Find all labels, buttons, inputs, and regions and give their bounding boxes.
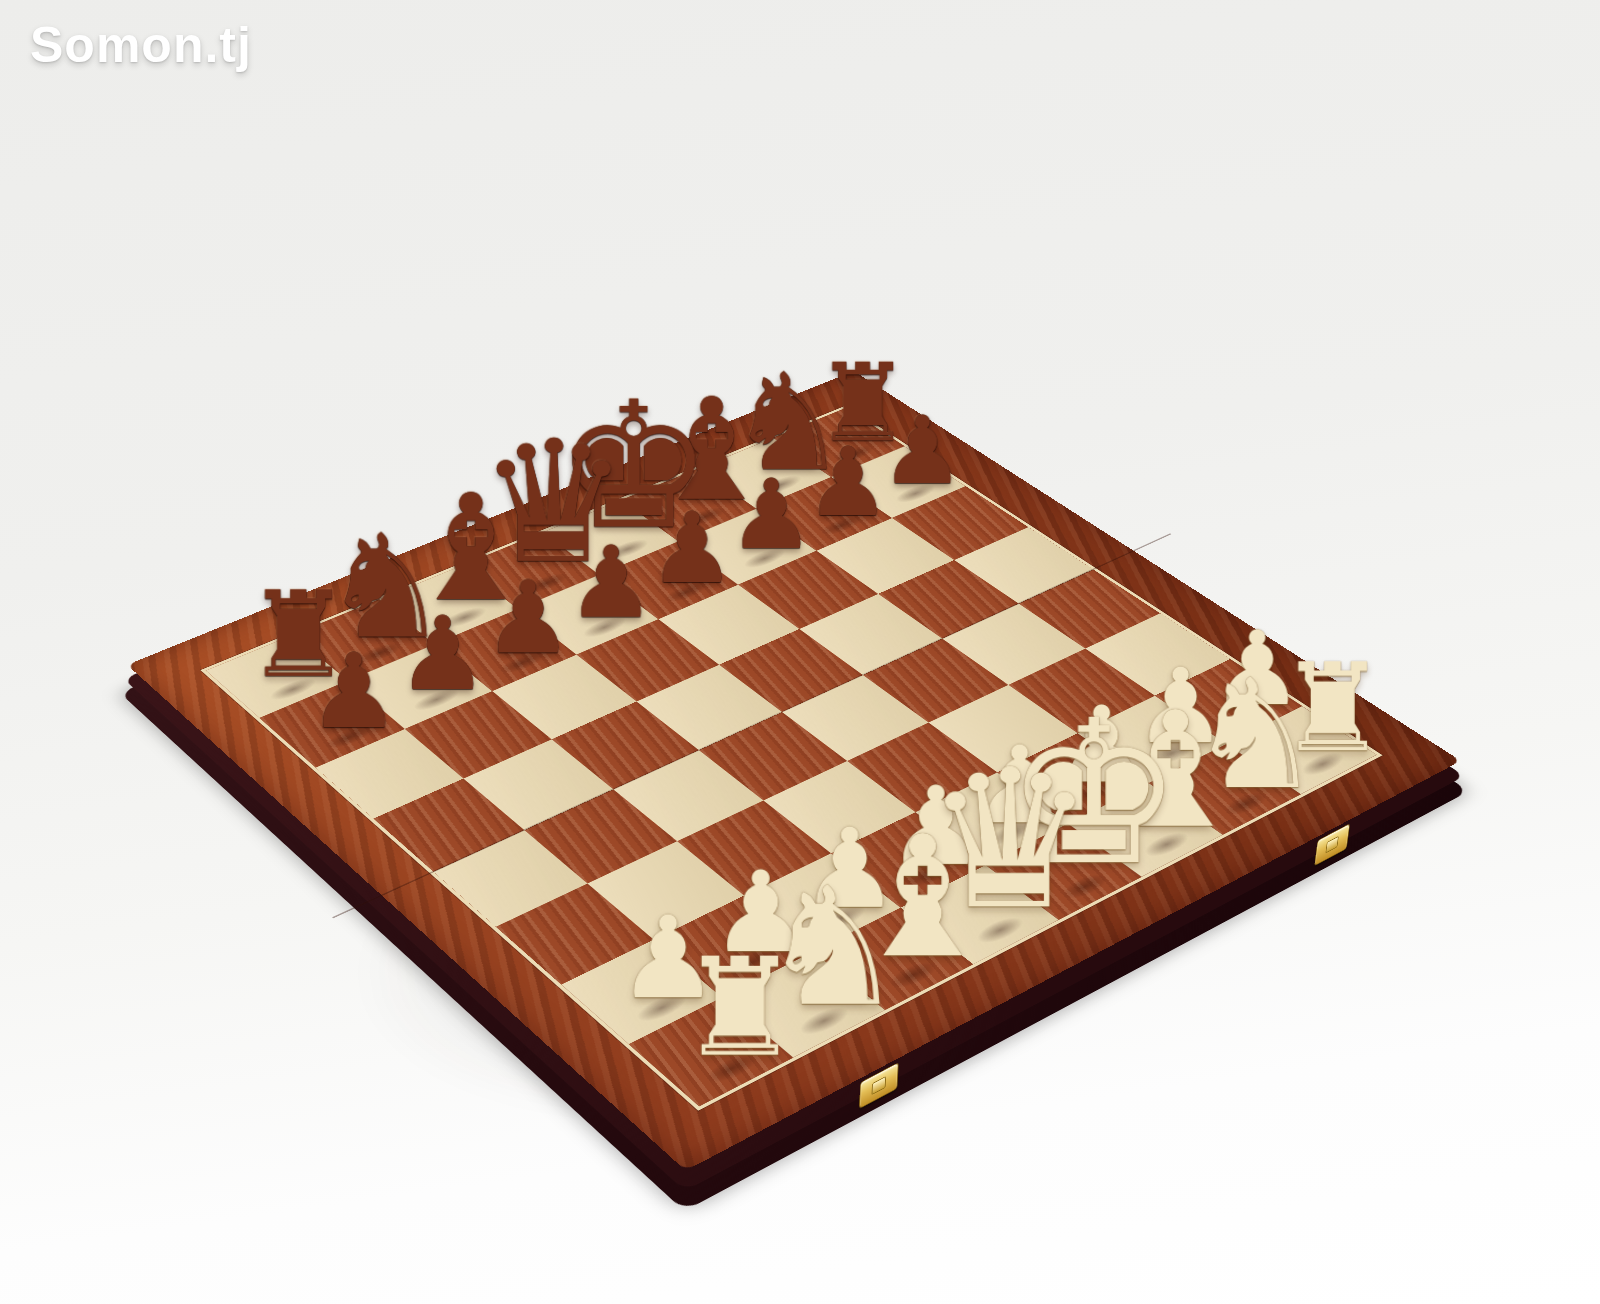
product-photo-page: Somon.tj ♜♞♝♛♚♝♞♜♟♟♟♟♟♟♟♟♟♟♟♟♟♟♟♟♜♞♝♛♚♝♞… <box>0 0 1600 1304</box>
folding-chess-box: ♜♞♝♛♚♝♞♜♟♟♟♟♟♟♟♟♟♟♟♟♟♟♟♟♜♞♝♛♚♝♞♜ <box>127 371 1461 1171</box>
square-c4 <box>613 750 764 841</box>
chess-board: ♜♞♝♛♚♝♞♜♟♟♟♟♟♟♟♟♟♟♟♟♟♟♟♟♜♞♝♛♚♝♞♜ <box>127 371 1461 1171</box>
playing-area: ♜♞♝♛♚♝♞♜♟♟♟♟♟♟♟♟♟♟♟♟♟♟♟♟♜♞♝♛♚♝♞♜ <box>200 405 1382 1110</box>
chess-set-scene: ♜♞♝♛♚♝♞♜♟♟♟♟♟♟♟♟♟♟♟♟♟♟♟♟♜♞♝♛♚♝♞♜ <box>0 0 1600 1304</box>
board-grid: ♜♞♝♛♚♝♞♜♟♟♟♟♟♟♟♟♟♟♟♟♟♟♟♟♜♞♝♛♚♝♞♜ <box>206 408 1377 1106</box>
